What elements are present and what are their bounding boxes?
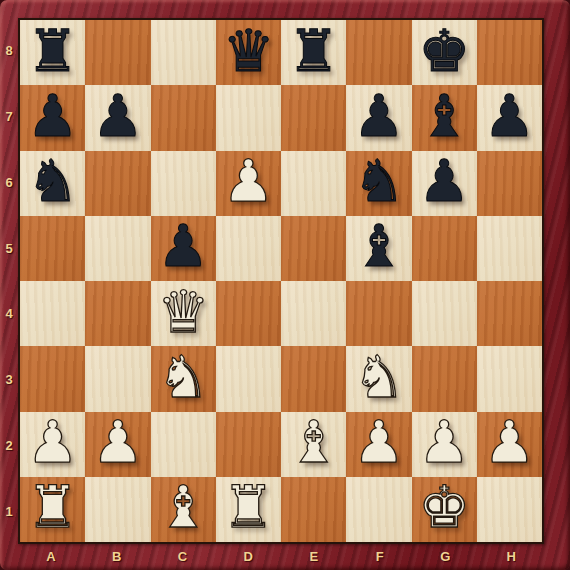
piece-black-bishop[interactable]: ♝ [353,217,405,275]
square-f1[interactable] [346,477,411,542]
square-g8[interactable]: ♚ [412,20,477,85]
piece-black-knight[interactable]: ♞ [27,152,79,210]
file-label-c: C [150,544,216,568]
rank-label-8: 8 [0,18,18,84]
piece-black-pawn[interactable]: ♟ [418,152,470,210]
square-f2[interactable]: ♟ [346,412,411,477]
square-h3[interactable] [477,346,542,411]
piece-white-bishop[interactable]: ♝ [288,413,340,471]
piece-white-pawn[interactable]: ♟ [92,413,144,471]
piece-black-king[interactable]: ♚ [418,22,470,80]
rank-label-4: 4 [0,281,18,347]
square-h5[interactable] [477,216,542,281]
piece-black-bishop[interactable]: ♝ [418,87,470,145]
square-e1[interactable] [281,477,346,542]
file-label-h: H [478,544,544,568]
square-a5[interactable] [20,216,85,281]
file-label-f: F [347,544,413,568]
square-c2[interactable] [151,412,216,477]
square-c5[interactable]: ♟ [151,216,216,281]
piece-white-rook[interactable]: ♜ [222,478,274,536]
square-b6[interactable] [85,151,150,216]
piece-white-pawn[interactable]: ♟ [483,413,535,471]
rank-label-1: 1 [0,478,18,544]
square-e6[interactable] [281,151,346,216]
square-e4[interactable] [281,281,346,346]
square-h7[interactable]: ♟ [477,85,542,150]
square-h2[interactable]: ♟ [477,412,542,477]
piece-black-pawn[interactable]: ♟ [27,87,79,145]
file-label-g: G [413,544,479,568]
piece-white-pawn[interactable]: ♟ [222,152,274,210]
square-b2[interactable]: ♟ [85,412,150,477]
piece-white-rook[interactable]: ♜ [27,478,79,536]
square-c3[interactable]: ♞ [151,346,216,411]
rank-label-6: 6 [0,150,18,216]
square-g1[interactable]: ♚ [412,477,477,542]
piece-black-pawn[interactable]: ♟ [483,87,535,145]
square-c4[interactable]: ♛ [151,281,216,346]
square-e5[interactable] [281,216,346,281]
square-a8[interactable]: ♜ [20,20,85,85]
piece-white-queen[interactable]: ♛ [157,283,209,341]
square-f6[interactable]: ♞ [346,151,411,216]
rank-labels: 87654321 [0,18,18,544]
file-label-e: E [281,544,347,568]
piece-black-queen[interactable]: ♛ [222,22,274,80]
square-d2[interactable] [216,412,281,477]
square-h1[interactable] [477,477,542,542]
square-d6[interactable]: ♟ [216,151,281,216]
rank-label-7: 7 [0,84,18,150]
square-a7[interactable]: ♟ [20,85,85,150]
square-c6[interactable] [151,151,216,216]
square-g7[interactable]: ♝ [412,85,477,150]
square-e7[interactable] [281,85,346,150]
piece-white-pawn[interactable]: ♟ [353,413,405,471]
piece-white-knight[interactable]: ♞ [353,348,405,406]
square-h4[interactable] [477,281,542,346]
square-a6[interactable]: ♞ [20,151,85,216]
square-f7[interactable]: ♟ [346,85,411,150]
square-d3[interactable] [216,346,281,411]
square-e8[interactable]: ♜ [281,20,346,85]
square-d5[interactable] [216,216,281,281]
square-b4[interactable] [85,281,150,346]
square-c8[interactable] [151,20,216,85]
rank-label-2: 2 [0,413,18,479]
square-e3[interactable] [281,346,346,411]
square-b3[interactable] [85,346,150,411]
file-label-b: B [84,544,150,568]
square-g6[interactable]: ♟ [412,151,477,216]
piece-black-rook[interactable]: ♜ [288,22,340,80]
square-c1[interactable]: ♝ [151,477,216,542]
square-d1[interactable]: ♜ [216,477,281,542]
square-a4[interactable] [20,281,85,346]
square-g4[interactable] [412,281,477,346]
square-d7[interactable] [216,85,281,150]
square-b1[interactable] [85,477,150,542]
rank-label-5: 5 [0,215,18,281]
square-b5[interactable] [85,216,150,281]
square-g5[interactable] [412,216,477,281]
piece-black-pawn[interactable]: ♟ [92,87,144,145]
piece-white-knight[interactable]: ♞ [157,348,209,406]
square-f3[interactable]: ♞ [346,346,411,411]
square-b8[interactable] [85,20,150,85]
square-a1[interactable]: ♜ [20,477,85,542]
square-h6[interactable] [477,151,542,216]
square-g2[interactable]: ♟ [412,412,477,477]
square-e2[interactable]: ♝ [281,412,346,477]
square-c7[interactable] [151,85,216,150]
square-d8[interactable]: ♛ [216,20,281,85]
file-label-a: A [18,544,84,568]
file-label-d: D [215,544,281,568]
square-g3[interactable] [412,346,477,411]
square-d4[interactable] [216,281,281,346]
piece-black-knight[interactable]: ♞ [353,152,405,210]
square-f8[interactable] [346,20,411,85]
square-b7[interactable]: ♟ [85,85,150,150]
chess-board-frame: 87654321 ♜♛♜♚♟♟♟♝♟♞♟♞♟♟♝♛♞♞♟♟♝♟♟♟♜♝♜♚ AB… [0,0,570,570]
file-labels: ABCDEFGH [18,544,544,568]
chess-board: ♜♛♜♚♟♟♟♝♟♞♟♞♟♟♝♛♞♞♟♟♝♟♟♟♜♝♜♚ [18,18,544,544]
square-h8[interactable] [477,20,542,85]
square-f4[interactable] [346,281,411,346]
piece-white-pawn[interactable]: ♟ [27,413,79,471]
piece-black-pawn[interactable]: ♟ [157,217,209,275]
piece-white-bishop[interactable]: ♝ [157,478,209,536]
square-a2[interactable]: ♟ [20,412,85,477]
square-f5[interactable]: ♝ [346,216,411,281]
rank-label-3: 3 [0,347,18,413]
square-a3[interactable] [20,346,85,411]
piece-black-rook[interactable]: ♜ [27,22,79,80]
piece-white-pawn[interactable]: ♟ [418,413,470,471]
piece-black-pawn[interactable]: ♟ [353,87,405,145]
piece-white-king[interactable]: ♚ [418,478,470,536]
